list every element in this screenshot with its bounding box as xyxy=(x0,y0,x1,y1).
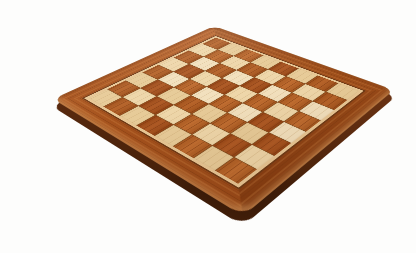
chessboard xyxy=(53,26,394,216)
maple-inlay-line xyxy=(83,36,365,189)
product-photo-stage xyxy=(0,0,416,253)
